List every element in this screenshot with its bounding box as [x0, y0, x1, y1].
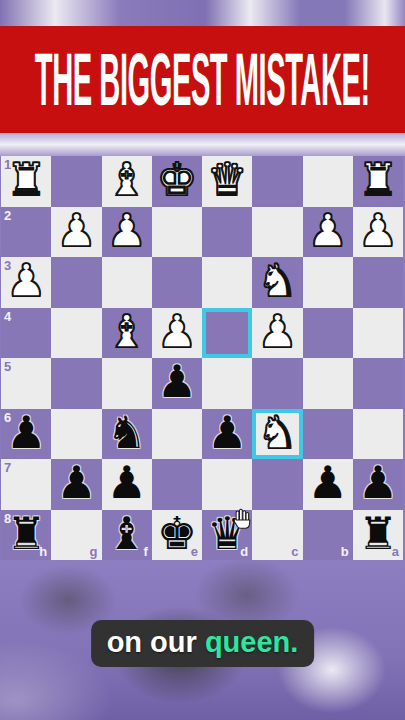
square-d7[interactable]	[202, 459, 252, 510]
hand-cursor-icon	[231, 508, 253, 530]
piece-white-queen[interactable]: ♛	[207, 157, 247, 202]
square-b4[interactable]	[303, 308, 353, 359]
piece-white-bishop[interactable]: ♝	[106, 157, 146, 202]
rank-label-4: 4	[4, 309, 11, 324]
subtitle-caption: on our queen.	[91, 620, 315, 667]
title-text: THE BIGGEST MISTAKE!	[35, 37, 370, 122]
square-f4[interactable]: ♝	[102, 308, 152, 359]
piece-white-rook[interactable]: ♜	[6, 157, 46, 202]
piece-black-pawn[interactable]: ♟	[358, 460, 398, 505]
square-c1[interactable]	[252, 156, 302, 207]
square-g8[interactable]: g	[51, 510, 101, 561]
square-f7[interactable]: ♟	[102, 459, 152, 510]
rank-label-2: 2	[4, 208, 11, 223]
caption-text: on our	[107, 626, 205, 658]
square-b3[interactable]	[303, 257, 353, 308]
square-b5[interactable]	[303, 358, 353, 409]
square-g2[interactable]: ♟	[51, 207, 101, 258]
piece-black-pawn[interactable]: ♟	[307, 460, 347, 505]
rank-label-7: 7	[4, 460, 11, 475]
square-e2[interactable]	[152, 207, 202, 258]
piece-black-rook[interactable]: ♜	[6, 511, 46, 556]
square-a7[interactable]: ♟	[353, 459, 403, 510]
square-g6[interactable]	[51, 409, 101, 460]
square-d2[interactable]	[202, 207, 252, 258]
chess-board: ♜1♝♚♛♜2♟♟♟♟♟3♞4♝♟♟5♟♟6♞♟♞7♟♟♟♟♜8hg♝f♚e♛d…	[1, 156, 403, 560]
square-a3[interactable]	[353, 257, 403, 308]
piece-white-bishop[interactable]: ♝	[106, 309, 146, 354]
piece-white-knight[interactable]: ♞	[257, 258, 297, 303]
square-h7[interactable]: 7	[1, 459, 51, 510]
square-c7[interactable]	[252, 459, 302, 510]
square-f1[interactable]: ♝	[102, 156, 152, 207]
square-h5[interactable]: 5	[1, 358, 51, 409]
video-frame: THE BIGGEST MISTAKE! ♜1♝♚♛♜2♟♟♟♟♟3♞4♝♟♟5…	[0, 0, 405, 720]
square-h4[interactable]: 4	[1, 308, 51, 359]
square-f8[interactable]: ♝f	[102, 510, 152, 561]
square-c6[interactable]: ♞	[252, 409, 302, 460]
file-label-b: b	[341, 544, 349, 559]
square-h8[interactable]: ♜8h	[1, 510, 51, 561]
square-e4[interactable]: ♟	[152, 308, 202, 359]
piece-black-pawn[interactable]: ♟	[106, 460, 146, 505]
square-c3[interactable]: ♞	[252, 257, 302, 308]
piece-white-king[interactable]: ♚	[157, 157, 197, 202]
square-b8[interactable]: b	[303, 510, 353, 561]
square-f3[interactable]	[102, 257, 152, 308]
square-g7[interactable]: ♟	[51, 459, 101, 510]
square-e8[interactable]: ♚e	[152, 510, 202, 561]
square-d5[interactable]	[202, 358, 252, 409]
square-f6[interactable]: ♞	[102, 409, 152, 460]
square-f5[interactable]	[102, 358, 152, 409]
piece-white-knight[interactable]: ♞	[257, 410, 297, 455]
square-d3[interactable]	[202, 257, 252, 308]
file-label-g: g	[90, 544, 98, 559]
square-g5[interactable]	[51, 358, 101, 409]
square-e5[interactable]: ♟	[152, 358, 202, 409]
square-a2[interactable]: ♟	[353, 207, 403, 258]
square-h1[interactable]: ♜1	[1, 156, 51, 207]
piece-black-knight[interactable]: ♞	[106, 410, 146, 455]
square-b2[interactable]: ♟	[303, 207, 353, 258]
title-banner: THE BIGGEST MISTAKE!	[0, 26, 405, 133]
square-e3[interactable]	[152, 257, 202, 308]
square-c5[interactable]	[252, 358, 302, 409]
square-h2[interactable]: 2	[1, 207, 51, 258]
rank-label-5: 5	[4, 359, 11, 374]
square-c4[interactable]: ♟	[252, 308, 302, 359]
piece-white-pawn[interactable]: ♟	[6, 258, 46, 303]
blurred-background-top	[0, 0, 405, 26]
piece-black-bishop[interactable]: ♝	[106, 511, 146, 556]
piece-white-pawn[interactable]: ♟	[307, 208, 347, 253]
square-d1[interactable]: ♛	[202, 156, 252, 207]
piece-black-pawn[interactable]: ♟	[157, 359, 197, 404]
piece-black-pawn[interactable]: ♟	[56, 460, 96, 505]
piece-black-king[interactable]: ♚	[157, 511, 197, 556]
square-c2[interactable]	[252, 207, 302, 258]
square-a1[interactable]: ♜	[353, 156, 403, 207]
square-d4[interactable]	[202, 308, 252, 359]
square-c8[interactable]: c	[252, 510, 302, 561]
piece-white-rook[interactable]: ♜	[358, 157, 398, 202]
square-e6[interactable]	[152, 409, 202, 460]
square-b7[interactable]: ♟	[303, 459, 353, 510]
square-a8[interactable]: ♜a	[353, 510, 403, 561]
square-g4[interactable]	[51, 308, 101, 359]
square-a5[interactable]	[353, 358, 403, 409]
square-a6[interactable]	[353, 409, 403, 460]
piece-white-pawn[interactable]: ♟	[358, 208, 398, 253]
piece-white-pawn[interactable]: ♟	[157, 309, 197, 354]
square-b6[interactable]	[303, 409, 353, 460]
file-label-c: c	[291, 544, 298, 559]
square-b1[interactable]	[303, 156, 353, 207]
piece-black-rook[interactable]: ♜	[358, 511, 398, 556]
square-e7[interactable]	[152, 459, 202, 510]
square-f2[interactable]: ♟	[102, 207, 152, 258]
square-h6[interactable]: ♟6	[1, 409, 51, 460]
square-h3[interactable]: ♟3	[1, 257, 51, 308]
square-g3[interactable]	[51, 257, 101, 308]
caption-highlight-word: queen.	[205, 626, 298, 658]
piece-white-pawn[interactable]: ♟	[106, 208, 146, 253]
piece-white-pawn[interactable]: ♟	[257, 309, 297, 354]
square-g1[interactable]	[51, 156, 101, 207]
square-e1[interactable]: ♚	[152, 156, 202, 207]
square-d6[interactable]: ♟	[202, 409, 252, 460]
piece-white-pawn[interactable]: ♟	[56, 208, 96, 253]
piece-black-pawn[interactable]: ♟	[6, 410, 46, 455]
piece-black-pawn[interactable]: ♟	[207, 410, 247, 455]
blurred-background-middle	[0, 133, 405, 156]
square-a4[interactable]	[353, 308, 403, 359]
